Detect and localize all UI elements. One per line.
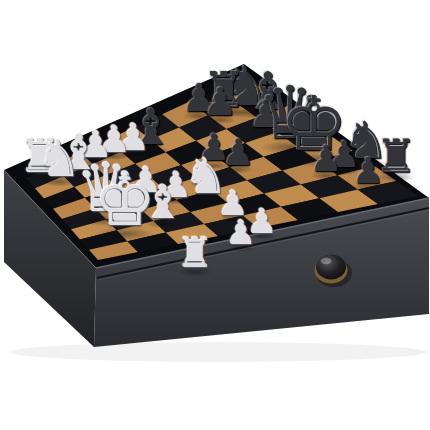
knob-highlight <box>321 258 332 264</box>
chess-piece-silver-king[interactable]: ♚ <box>94 167 156 236</box>
product-photo-canvas: ♜♞♝♟♟♟♛♚♝♟♟♞♜♟♟♟♜♞♝♛♚♞♜♟♟♟♟♟♟♟♟♝ <box>0 0 430 430</box>
chess-piece-dark-pawn[interactable]: ♟ <box>310 141 343 177</box>
chess-piece-dark-pawn[interactable]: ♟ <box>203 83 237 121</box>
chess-piece-silver-knight[interactable]: ♞ <box>36 134 81 184</box>
chess-piece-dark-pawn[interactable]: ♟ <box>352 153 384 189</box>
ground-shadow <box>10 342 426 362</box>
knob-cap <box>316 255 346 280</box>
chess-piece-silver-pawn[interactable]: ♟ <box>226 216 256 250</box>
chess-piece-silver-rook[interactable]: ♜ <box>176 232 213 274</box>
